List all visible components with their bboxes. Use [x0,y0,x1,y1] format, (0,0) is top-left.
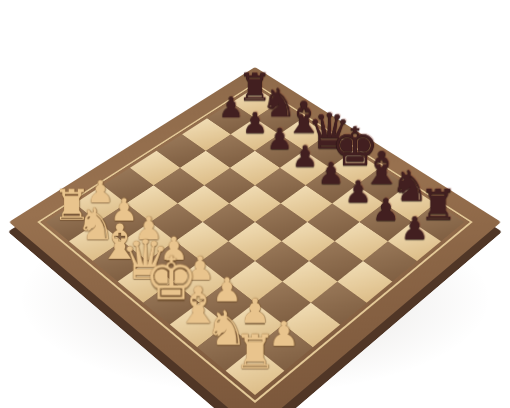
black-pawn-glyph: ♟ [344,176,371,207]
perspective-wrapper: ♜♞♝♛♚♝♞♜♟♟♟♟♟♟♟♟♟♟♟♟♟♟♟♟♜♞♝♛♚♝♞♜ [0,0,510,408]
black-pawn-glyph: ♟ [318,158,345,188]
black-pawn-glyph: ♟ [267,125,293,154]
square-h1[interactable]: ♜ [226,347,285,395]
playing-field: ♜♞♝♛♚♝♞♜♟♟♟♟♟♟♟♟♟♟♟♟♟♟♟♟♜♞♝♛♚♝♞♜ [46,88,465,395]
chess-set-photo: ♜♞♝♛♚♝♞♜♟♟♟♟♟♟♟♟♟♟♟♟♟♟♟♟♜♞♝♛♚♝♞♜ [0,0,510,408]
black-pawn-glyph: ♟ [218,93,243,121]
chess-board: ♜♞♝♛♚♝♞♜♟♟♟♟♟♟♟♟♟♟♟♟♟♟♟♟♜♞♝♛♚♝♞♜ [9,67,501,408]
black-pawn-glyph: ♟ [242,108,268,137]
black-pawn-glyph: ♟ [400,213,428,244]
black-pawn-glyph: ♟ [372,194,400,225]
black-pawn-glyph: ♟ [292,141,319,171]
white-rook-glyph: ♜ [234,328,276,375]
board-grid: ♜♞♝♛♚♝♞♜♟♟♟♟♟♟♟♟♟♟♟♟♟♟♟♟♜♞♝♛♚♝♞♜ [46,88,465,395]
